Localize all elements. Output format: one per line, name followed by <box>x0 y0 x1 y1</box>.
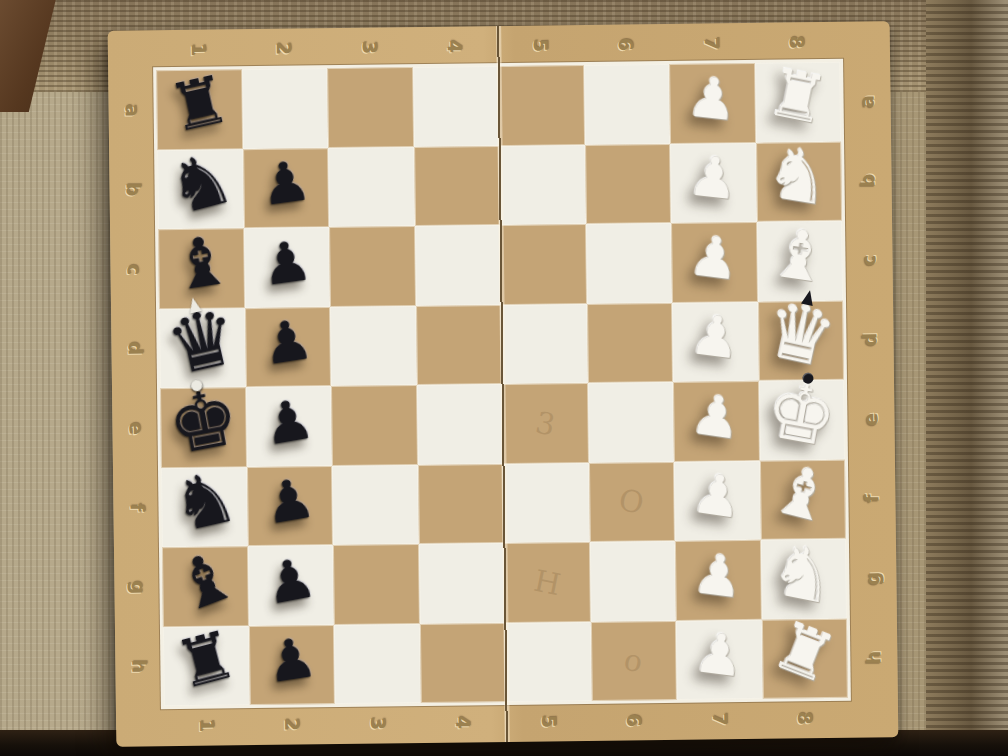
white-pawn-a7[interactable]: ♟ <box>684 68 740 129</box>
square-c3[interactable] <box>329 226 415 307</box>
black-pawn-e2[interactable]: ♟ <box>259 390 318 454</box>
pawn-glyph: ♟ <box>685 148 741 209</box>
black-pawn-g2[interactable]: ♟ <box>261 549 321 613</box>
white-pawn-h7[interactable]: ♟ <box>691 624 748 686</box>
king-glyph: ♚ <box>162 376 245 466</box>
black-pawn-c2[interactable]: ♟ <box>258 232 315 294</box>
square-g3[interactable] <box>333 544 419 625</box>
white-pawn-b7[interactable]: ♟ <box>685 148 741 209</box>
square-f4[interactable] <box>417 464 503 545</box>
black-pawn-d2[interactable]: ♟ <box>259 311 317 374</box>
pawn-glyph: ♟ <box>684 68 740 129</box>
right-label-b: b <box>856 174 878 188</box>
top-label-4: 4 <box>444 40 466 54</box>
white-king-e8[interactable]: ♚ <box>760 369 843 458</box>
square-e6[interactable] <box>587 382 673 463</box>
bottom-label-7: 7 <box>709 713 731 727</box>
pawn-glyph: ♟ <box>688 465 746 528</box>
white-pawn-d7[interactable]: ♟ <box>687 306 744 368</box>
right-label-g: g <box>861 571 883 585</box>
top-label-7: 7 <box>701 37 723 51</box>
top-label-2: 2 <box>273 42 295 56</box>
square-a5[interactable] <box>498 65 584 146</box>
square-a2[interactable] <box>242 68 328 149</box>
white-pawn-g7[interactable]: ♟ <box>690 545 747 607</box>
white-knight-b8[interactable]: ♞ <box>761 135 836 216</box>
pawn-glyph: ♟ <box>259 311 317 374</box>
white-pawn-e7[interactable]: ♟ <box>687 385 745 448</box>
pawn-glyph: ♟ <box>261 549 321 613</box>
top-label-3: 3 <box>359 41 381 55</box>
mat-right-dark-band <box>926 0 1008 756</box>
black-pawn-h2[interactable]: ♟ <box>263 629 321 692</box>
pawn-glyph: ♟ <box>257 152 314 214</box>
square-a6[interactable] <box>584 64 670 145</box>
square-h3[interactable] <box>334 624 420 705</box>
bottom-label-1: 1 <box>196 719 218 733</box>
right-label-c: c <box>857 255 879 267</box>
pawn-glyph: ♟ <box>258 232 315 294</box>
square-h4[interactable] <box>419 622 505 703</box>
square-c5[interactable] <box>500 224 586 305</box>
left-label-a: a <box>122 104 144 117</box>
right-label-f: f <box>860 494 882 503</box>
pawn-glyph: ♟ <box>263 629 321 692</box>
square-b4[interactable] <box>414 146 500 227</box>
bottom-label-6: 6 <box>623 714 645 728</box>
bottom-label-2: 2 <box>281 718 303 732</box>
left-label-g: g <box>127 580 149 594</box>
right-label-d: d <box>858 333 880 347</box>
right-label-e: e <box>859 413 881 426</box>
white-cone-finial <box>186 296 201 313</box>
square-c6[interactable] <box>586 223 672 304</box>
pawn-glyph: ♟ <box>691 624 748 686</box>
black-pawn-f2[interactable]: ♟ <box>260 470 319 534</box>
square-d4[interactable] <box>416 305 502 386</box>
square-d5[interactable] <box>501 303 587 384</box>
pawn-glyph: ♟ <box>686 227 743 289</box>
square-b5[interactable] <box>499 144 585 225</box>
top-label-1: 1 <box>188 43 210 57</box>
right-label-h: h <box>862 651 884 665</box>
chess-board[interactable]: 1234567812345678abcdefghabcdefghH3Oo ♜♞♝… <box>108 21 899 747</box>
bottom-label-5: 5 <box>538 715 560 729</box>
right-label-a: a <box>855 95 877 108</box>
square-g4[interactable] <box>418 543 504 624</box>
square-b3[interactable] <box>328 147 414 228</box>
king-glyph: ♚ <box>760 369 843 458</box>
square-f5[interactable] <box>503 462 589 543</box>
square-d3[interactable] <box>330 306 416 387</box>
square-b6[interactable] <box>585 143 671 224</box>
square-e3[interactable] <box>331 385 417 466</box>
square-e4[interactable] <box>417 384 503 465</box>
square-f3[interactable] <box>332 465 418 546</box>
black-pawn-b2[interactable]: ♟ <box>257 152 314 214</box>
top-label-5: 5 <box>530 39 552 53</box>
pawn-glyph: ♟ <box>687 306 744 368</box>
left-label-e: e <box>125 422 147 435</box>
square-h5[interactable] <box>505 621 591 702</box>
black-king-e1[interactable]: ♚ <box>162 376 245 466</box>
pawn-glyph: ♟ <box>259 390 318 454</box>
top-label-8: 8 <box>786 36 808 50</box>
knight-glyph: ♞ <box>761 135 836 216</box>
white-pawn-f7[interactable]: ♟ <box>688 465 746 528</box>
square-a3[interactable] <box>327 67 413 148</box>
bottom-label-8: 8 <box>794 712 816 726</box>
bottom-label-3: 3 <box>367 717 389 731</box>
square-a4[interactable] <box>413 66 499 147</box>
left-label-b: b <box>123 183 145 197</box>
square-d6[interactable] <box>587 302 673 383</box>
square-c4[interactable] <box>415 225 501 306</box>
pawn-glyph: ♟ <box>260 470 319 534</box>
square-g6[interactable] <box>589 541 675 622</box>
top-label-6: 6 <box>615 38 637 52</box>
pawn-glyph: ♟ <box>690 545 747 607</box>
left-label-d: d <box>124 342 146 356</box>
pawn-glyph: ♟ <box>687 385 745 448</box>
left-label-c: c <box>124 263 146 275</box>
white-pawn-c7[interactable]: ♟ <box>686 227 743 289</box>
left-label-h: h <box>128 660 150 674</box>
left-label-f: f <box>126 503 148 512</box>
bottom-label-4: 4 <box>452 716 474 730</box>
